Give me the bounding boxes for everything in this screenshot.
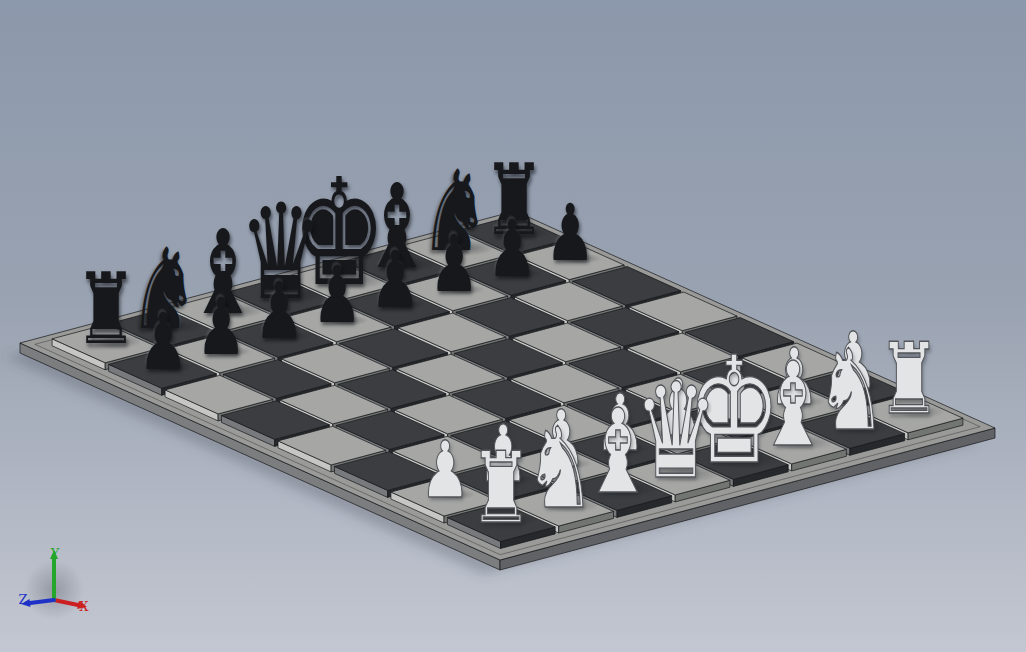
cad-viewport: ♜♞♝♛♚♝♞♜♟♟♟♟♟♟♟♟♟♟♟♟♟♟♟♟♜♞♝♛♚♝♞♜XYZ	[0, 0, 1026, 652]
y-axis-label: Y	[50, 546, 60, 561]
piece-white-knight[interactable]: ♞	[524, 413, 596, 525]
piece-black-pawn[interactable]: ♟	[196, 287, 246, 365]
piece-black-pawn[interactable]: ♟	[487, 209, 537, 287]
piece-black-pawn[interactable]: ♟	[254, 272, 304, 350]
piece-black-pawn[interactable]: ♟	[137, 303, 187, 381]
piece-white-rook[interactable]: ♜	[470, 439, 533, 538]
x-axis-label: X	[79, 599, 89, 614]
z-axis-label: Z	[18, 592, 27, 607]
piece-black-rook[interactable]: ♜	[74, 261, 137, 360]
orientation-triad: XYZ	[8, 542, 118, 622]
piece-black-pawn[interactable]: ♟	[312, 256, 362, 334]
piece-white-pawn[interactable]: ♟	[420, 430, 470, 508]
piece-black-pawn[interactable]: ♟	[545, 194, 595, 272]
piece-black-pawn[interactable]: ♟	[370, 240, 420, 318]
piece-white-rook[interactable]: ♜	[877, 331, 940, 430]
piece-black-pawn[interactable]: ♟	[429, 225, 479, 303]
